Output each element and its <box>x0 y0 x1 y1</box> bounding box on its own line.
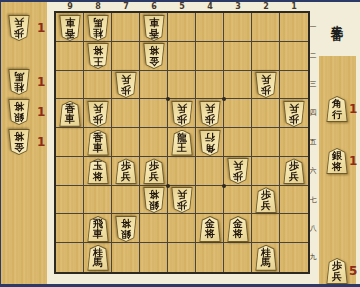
piece-kanji: 金 将 <box>199 219 221 240</box>
gote-piece-歩兵[interactable]: 歩 兵 <box>255 72 277 98</box>
board-square-7七[interactable] <box>112 186 140 215</box>
star-point-icon <box>166 184 170 188</box>
sente-piece-香車[interactable]: 香 車 <box>87 130 109 156</box>
board-square-4六[interactable] <box>196 157 224 186</box>
sente-piece-龍王[interactable]: 龍 王 <box>171 130 193 156</box>
shogi-app-window: 先手番 987654321一二三四五六七八九 香 車桂 馬香 車王 将金 将歩 … <box>0 0 360 287</box>
piece-kanji: 王 将 <box>87 45 109 66</box>
board-square-7五[interactable] <box>112 128 140 157</box>
board-square-9七[interactable] <box>56 186 84 215</box>
gote-piece-桂馬[interactable]: 桂 馬 <box>87 15 109 41</box>
board-square-5六[interactable] <box>168 157 196 186</box>
piece-kanji: 桂 馬 <box>8 71 30 92</box>
piece-kanji: 角 行 <box>199 132 221 153</box>
file-label-7: 7 <box>120 3 132 11</box>
gote-hand-count: 1 <box>37 76 45 88</box>
file-label-2: 2 <box>260 3 272 11</box>
sente-hand-count: 5 <box>349 265 357 277</box>
rank-label-4: 四 <box>309 110 317 117</box>
board-square-4七[interactable] <box>196 186 224 215</box>
piece-kanji: 歩 兵 <box>255 190 277 211</box>
gote-piece-歩兵[interactable]: 歩 兵 <box>87 101 109 127</box>
gote-piece-歩兵[interactable]: 歩 兵 <box>283 101 305 127</box>
piece-kanji: 金 将 <box>143 45 165 66</box>
gote-piece-香車[interactable]: 香 車 <box>143 15 165 41</box>
board-square-9九[interactable] <box>56 243 84 272</box>
rank-label-8: 八 <box>309 225 317 232</box>
board-square-8七[interactable] <box>84 186 112 215</box>
board-square-7一[interactable] <box>112 13 140 42</box>
sente-hand-count: 1 <box>349 103 357 115</box>
board-square-2一[interactable] <box>252 13 280 42</box>
sente-piece-歩兵[interactable]: 歩 兵 <box>283 158 305 184</box>
piece-kanji: 歩 兵 <box>255 74 277 95</box>
board-square-3三[interactable] <box>224 71 252 100</box>
gote-piece-歩兵[interactable]: 歩 兵 <box>171 187 193 213</box>
gote-piece-歩兵[interactable]: 歩 兵 <box>115 72 137 98</box>
gote-hand-count: 1 <box>37 106 45 118</box>
piece-kanji: 桂 馬 <box>87 17 109 38</box>
file-label-4: 4 <box>204 3 216 11</box>
gote-piece-香車[interactable]: 香 車 <box>59 15 81 41</box>
sente-piece-金将[interactable]: 金 将 <box>227 216 249 242</box>
piece-kanji: 龍 王 <box>171 133 193 154</box>
board-square-7九[interactable] <box>112 243 140 272</box>
board-square-2四[interactable] <box>252 99 280 128</box>
piece-kanji: 桂 馬 <box>255 248 277 269</box>
rank-label-9: 九 <box>309 254 317 261</box>
board-square-4二[interactable] <box>196 42 224 71</box>
board-square-3九[interactable] <box>224 243 252 272</box>
rank-label-3: 三 <box>309 81 317 88</box>
file-label-3: 3 <box>232 3 244 11</box>
board-square-9五[interactable] <box>56 128 84 157</box>
sente-piece-角行[interactable]: 角 行 <box>326 96 348 122</box>
board-square-3七[interactable] <box>224 186 252 215</box>
board-square-3四[interactable] <box>224 99 252 128</box>
piece-kanji: 歩 兵 <box>199 103 221 124</box>
board-square-1二[interactable] <box>280 42 308 71</box>
piece-kanji: 銀 将 <box>8 101 30 122</box>
sente-piece-金将[interactable]: 金 将 <box>199 216 221 242</box>
sente-piece-桂馬[interactable]: 桂 馬 <box>87 245 109 271</box>
gote-piece-金将[interactable]: 金 将 <box>8 129 30 155</box>
gote-hand-count: 1 <box>37 22 45 34</box>
piece-kanji: 歩 兵 <box>171 189 193 210</box>
piece-kanji: 香 車 <box>59 104 81 125</box>
piece-kanji: 歩 兵 <box>326 261 348 282</box>
piece-kanji: 金 将 <box>8 131 30 152</box>
piece-kanji: 歩 兵 <box>8 17 30 38</box>
board-square-7四[interactable] <box>112 99 140 128</box>
board-square-2八[interactable] <box>252 214 280 243</box>
file-label-6: 6 <box>148 3 160 11</box>
sente-piece-飛車[interactable]: 飛 車 <box>87 216 109 242</box>
gote-piece-歩兵[interactable]: 歩 兵 <box>199 101 221 127</box>
gote-piece-歩兵[interactable]: 歩 兵 <box>8 15 30 41</box>
board-square-2二[interactable] <box>252 42 280 71</box>
piece-kanji: 歩 兵 <box>227 160 249 181</box>
sente-piece-歩兵[interactable]: 歩 兵 <box>115 158 137 184</box>
board-square-3二[interactable] <box>224 42 252 71</box>
board-square-6五[interactable] <box>140 128 168 157</box>
gote-piece-金将[interactable]: 金 将 <box>143 43 165 69</box>
board-square-5二[interactable] <box>168 42 196 71</box>
rank-label-2: 二 <box>309 53 317 60</box>
piece-kanji: 桂 馬 <box>87 248 109 269</box>
board-square-9三[interactable] <box>56 71 84 100</box>
board-square-7二[interactable] <box>112 42 140 71</box>
piece-kanji: 香 車 <box>87 133 109 154</box>
gote-piece-銀将[interactable]: 銀 将 <box>8 99 30 125</box>
piece-kanji: 歩 兵 <box>87 103 109 124</box>
gote-piece-桂馬[interactable]: 桂 馬 <box>8 69 30 95</box>
board-square-3五[interactable] <box>224 128 252 157</box>
turn-indicator: 先手番 <box>330 15 344 21</box>
sente-hand-count: 1 <box>349 155 357 167</box>
board-square-6九[interactable] <box>140 243 168 272</box>
board-square-4一[interactable] <box>196 13 224 42</box>
gote-piece-銀将[interactable]: 銀 将 <box>115 216 137 242</box>
board-square-5九[interactable] <box>168 243 196 272</box>
piece-kanji: 銀 将 <box>326 151 348 172</box>
board-square-9六[interactable] <box>56 157 84 186</box>
board-square-8三[interactable] <box>84 71 112 100</box>
piece-kanji: 銀 将 <box>115 218 137 239</box>
gote-piece-王将[interactable]: 王 将 <box>87 43 109 69</box>
board-square-1九[interactable] <box>280 243 308 272</box>
board-square-2五[interactable] <box>252 128 280 157</box>
file-label-5: 5 <box>176 3 188 11</box>
board-square-4三[interactable] <box>196 71 224 100</box>
piece-kanji: 歩 兵 <box>143 161 165 182</box>
piece-kanji: 金 将 <box>227 219 249 240</box>
board-square-5一[interactable] <box>168 13 196 42</box>
rank-label-5: 五 <box>309 139 317 146</box>
star-point-icon <box>222 184 226 188</box>
rank-label-6: 六 <box>309 168 317 175</box>
board-square-1八[interactable] <box>280 214 308 243</box>
board-square-1五[interactable] <box>280 128 308 157</box>
sente-piece-歩兵[interactable]: 歩 兵 <box>326 258 348 284</box>
board-square-1七[interactable] <box>280 186 308 215</box>
piece-kanji: 香 車 <box>143 17 165 38</box>
piece-kanji: 飛 車 <box>87 219 109 240</box>
sente-piece-歩兵[interactable]: 歩 兵 <box>143 158 165 184</box>
piece-kanji: 歩 兵 <box>171 103 193 124</box>
board-square-6三[interactable] <box>140 71 168 100</box>
gote-piece-歩兵[interactable]: 歩 兵 <box>171 101 193 127</box>
file-label-9: 9 <box>64 3 76 11</box>
rank-label-7: 七 <box>309 197 317 204</box>
sente-piece-歩兵[interactable]: 歩 兵 <box>255 187 277 213</box>
piece-kanji: 角 行 <box>326 99 348 120</box>
gote-piece-銀将[interactable]: 銀 将 <box>143 187 165 213</box>
sente-piece-桂馬[interactable]: 桂 馬 <box>255 245 277 271</box>
file-label-8: 8 <box>92 3 104 11</box>
piece-kanji: 香 車 <box>59 17 81 38</box>
board-square-6四[interactable] <box>140 99 168 128</box>
piece-kanji: 銀 将 <box>143 189 165 210</box>
board-square-4九[interactable] <box>196 243 224 272</box>
board-square-9二[interactable] <box>56 42 84 71</box>
sente-piece-香車[interactable]: 香 車 <box>59 101 81 127</box>
sente-piece-銀将[interactable]: 銀 将 <box>326 148 348 174</box>
gote-piece-角行[interactable]: 角 行 <box>199 130 221 156</box>
piece-kanji: 歩 兵 <box>115 161 137 182</box>
sente-piece-玉将[interactable]: 玉 将 <box>87 158 109 184</box>
board-square-3一[interactable] <box>224 13 252 42</box>
gote-hand-count: 1 <box>37 136 45 148</box>
board-square-1三[interactable] <box>280 71 308 100</box>
piece-kanji: 玉 将 <box>87 161 109 182</box>
piece-kanji: 歩 兵 <box>283 103 305 124</box>
file-label-1: 1 <box>288 3 300 11</box>
gote-piece-歩兵[interactable]: 歩 兵 <box>227 158 249 184</box>
board-square-6八[interactable] <box>140 214 168 243</box>
piece-kanji: 歩 兵 <box>283 161 305 182</box>
board-square-2六[interactable] <box>252 157 280 186</box>
rank-label-1: 一 <box>309 24 317 31</box>
board-square-5三[interactable] <box>168 71 196 100</box>
board-square-1一[interactable] <box>280 13 308 42</box>
board-square-9八[interactable] <box>56 214 84 243</box>
board-square-5八[interactable] <box>168 214 196 243</box>
piece-kanji: 歩 兵 <box>115 74 137 95</box>
